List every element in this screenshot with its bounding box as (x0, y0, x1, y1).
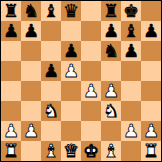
square-g4[interactable] (121, 81, 141, 101)
square-g6[interactable]: ♟ (121, 41, 141, 61)
square-f4[interactable]: ♟ (101, 81, 121, 101)
square-d5[interactable]: ♟ (61, 61, 81, 81)
square-f2[interactable] (101, 121, 121, 141)
square-g8[interactable]: ♚ (121, 1, 141, 21)
square-c4[interactable] (41, 81, 61, 101)
square-d7[interactable] (61, 21, 81, 41)
square-a4[interactable] (1, 81, 21, 101)
square-e2[interactable] (81, 121, 101, 141)
square-c8[interactable]: ♝ (41, 1, 61, 21)
square-e6[interactable] (81, 41, 101, 61)
square-c7[interactable] (41, 21, 61, 41)
square-c2[interactable] (41, 121, 61, 141)
square-f7[interactable]: ♟ (101, 21, 121, 41)
square-b3[interactable] (21, 101, 41, 121)
black-queen-piece[interactable]: ♛ (63, 1, 79, 21)
square-e1[interactable]: ♚ (81, 141, 101, 161)
square-c1[interactable]: ♝ (41, 141, 61, 161)
square-a6[interactable] (1, 41, 21, 61)
square-a3[interactable] (1, 101, 21, 121)
square-d4[interactable] (61, 81, 81, 101)
white-bishop-piece[interactable]: ♝ (43, 141, 59, 161)
white-queen-piece[interactable]: ♛ (63, 141, 79, 161)
square-f3[interactable]: ♞ (101, 101, 121, 121)
white-king-piece[interactable]: ♚ (83, 141, 99, 161)
white-pawn-piece[interactable]: ♟ (123, 121, 139, 141)
black-pawn-piece[interactable]: ♟ (123, 41, 139, 61)
square-f1[interactable]: ♝ (101, 141, 121, 161)
chess-diagram: ♜♞♝♛♜♚♟♟♟♝♟♟♞♟♟♟♟♟♞♞♟♟♟♟♜♝♛♚♝♜ (0, 0, 162, 162)
white-rook-piece[interactable]: ♜ (143, 141, 159, 161)
black-pawn-piece[interactable]: ♟ (3, 21, 19, 41)
black-rook-piece[interactable]: ♜ (103, 1, 119, 21)
white-bishop-piece[interactable]: ♝ (103, 141, 119, 161)
black-pawn-piece[interactable]: ♟ (23, 21, 39, 41)
white-rook-piece[interactable]: ♜ (3, 141, 19, 161)
black-bishop-piece[interactable]: ♝ (43, 1, 59, 21)
white-pawn-piece[interactable]: ♟ (63, 61, 79, 81)
black-king-piece[interactable]: ♚ (123, 1, 139, 21)
square-g2[interactable]: ♟ (121, 121, 141, 141)
square-c3[interactable]: ♞ (41, 101, 61, 121)
square-g1[interactable] (121, 141, 141, 161)
square-a1[interactable]: ♜ (1, 141, 21, 161)
square-b2[interactable]: ♟ (21, 121, 41, 141)
black-pawn-piece[interactable]: ♟ (143, 21, 159, 41)
white-pawn-piece[interactable]: ♟ (3, 121, 19, 141)
black-knight-piece[interactable]: ♞ (23, 1, 39, 21)
square-b4[interactable] (21, 81, 41, 101)
white-pawn-piece[interactable]: ♟ (83, 81, 99, 101)
square-e3[interactable] (81, 101, 101, 121)
chess-board: ♜♞♝♛♜♚♟♟♟♝♟♟♞♟♟♟♟♟♞♞♟♟♟♟♜♝♛♚♝♜ (0, 0, 162, 162)
square-e5[interactable] (81, 61, 101, 81)
black-rook-piece[interactable]: ♜ (3, 1, 19, 21)
square-h1[interactable]: ♜ (141, 141, 161, 161)
square-d2[interactable] (61, 121, 81, 141)
square-c5[interactable]: ♟ (41, 61, 61, 81)
square-h6[interactable] (141, 41, 161, 61)
square-h8[interactable] (141, 1, 161, 21)
square-g3[interactable] (121, 101, 141, 121)
square-h5[interactable] (141, 61, 161, 81)
square-e8[interactable] (81, 1, 101, 21)
black-pawn-piece[interactable]: ♟ (103, 21, 119, 41)
square-f5[interactable] (101, 61, 121, 81)
square-a2[interactable]: ♟ (1, 121, 21, 141)
white-knight-piece[interactable]: ♞ (43, 101, 59, 121)
square-a7[interactable]: ♟ (1, 21, 21, 41)
square-d8[interactable]: ♛ (61, 1, 81, 21)
black-bishop-piece[interactable]: ♝ (123, 21, 139, 41)
square-a5[interactable] (1, 61, 21, 81)
square-a8[interactable]: ♜ (1, 1, 21, 21)
square-e4[interactable]: ♟ (81, 81, 101, 101)
square-c6[interactable] (41, 41, 61, 61)
square-e7[interactable] (81, 21, 101, 41)
square-b5[interactable] (21, 61, 41, 81)
square-f8[interactable]: ♜ (101, 1, 121, 21)
square-b8[interactable]: ♞ (21, 1, 41, 21)
black-knight-piece[interactable]: ♞ (103, 41, 119, 61)
square-d6[interactable]: ♟ (61, 41, 81, 61)
square-h7[interactable]: ♟ (141, 21, 161, 41)
square-f6[interactable]: ♞ (101, 41, 121, 61)
white-pawn-piece[interactable]: ♟ (23, 121, 39, 141)
square-g5[interactable] (121, 61, 141, 81)
square-b1[interactable] (21, 141, 41, 161)
square-d1[interactable]: ♛ (61, 141, 81, 161)
square-h3[interactable] (141, 101, 161, 121)
black-pawn-piece[interactable]: ♟ (43, 61, 59, 81)
square-b7[interactable]: ♟ (21, 21, 41, 41)
white-pawn-piece[interactable]: ♟ (143, 121, 159, 141)
square-d3[interactable] (61, 101, 81, 121)
square-h4[interactable] (141, 81, 161, 101)
square-g7[interactable]: ♝ (121, 21, 141, 41)
square-h2[interactable]: ♟ (141, 121, 161, 141)
black-pawn-piece[interactable]: ♟ (63, 41, 79, 61)
white-pawn-piece[interactable]: ♟ (103, 81, 119, 101)
square-b6[interactable] (21, 41, 41, 61)
white-knight-piece[interactable]: ♞ (103, 101, 119, 121)
